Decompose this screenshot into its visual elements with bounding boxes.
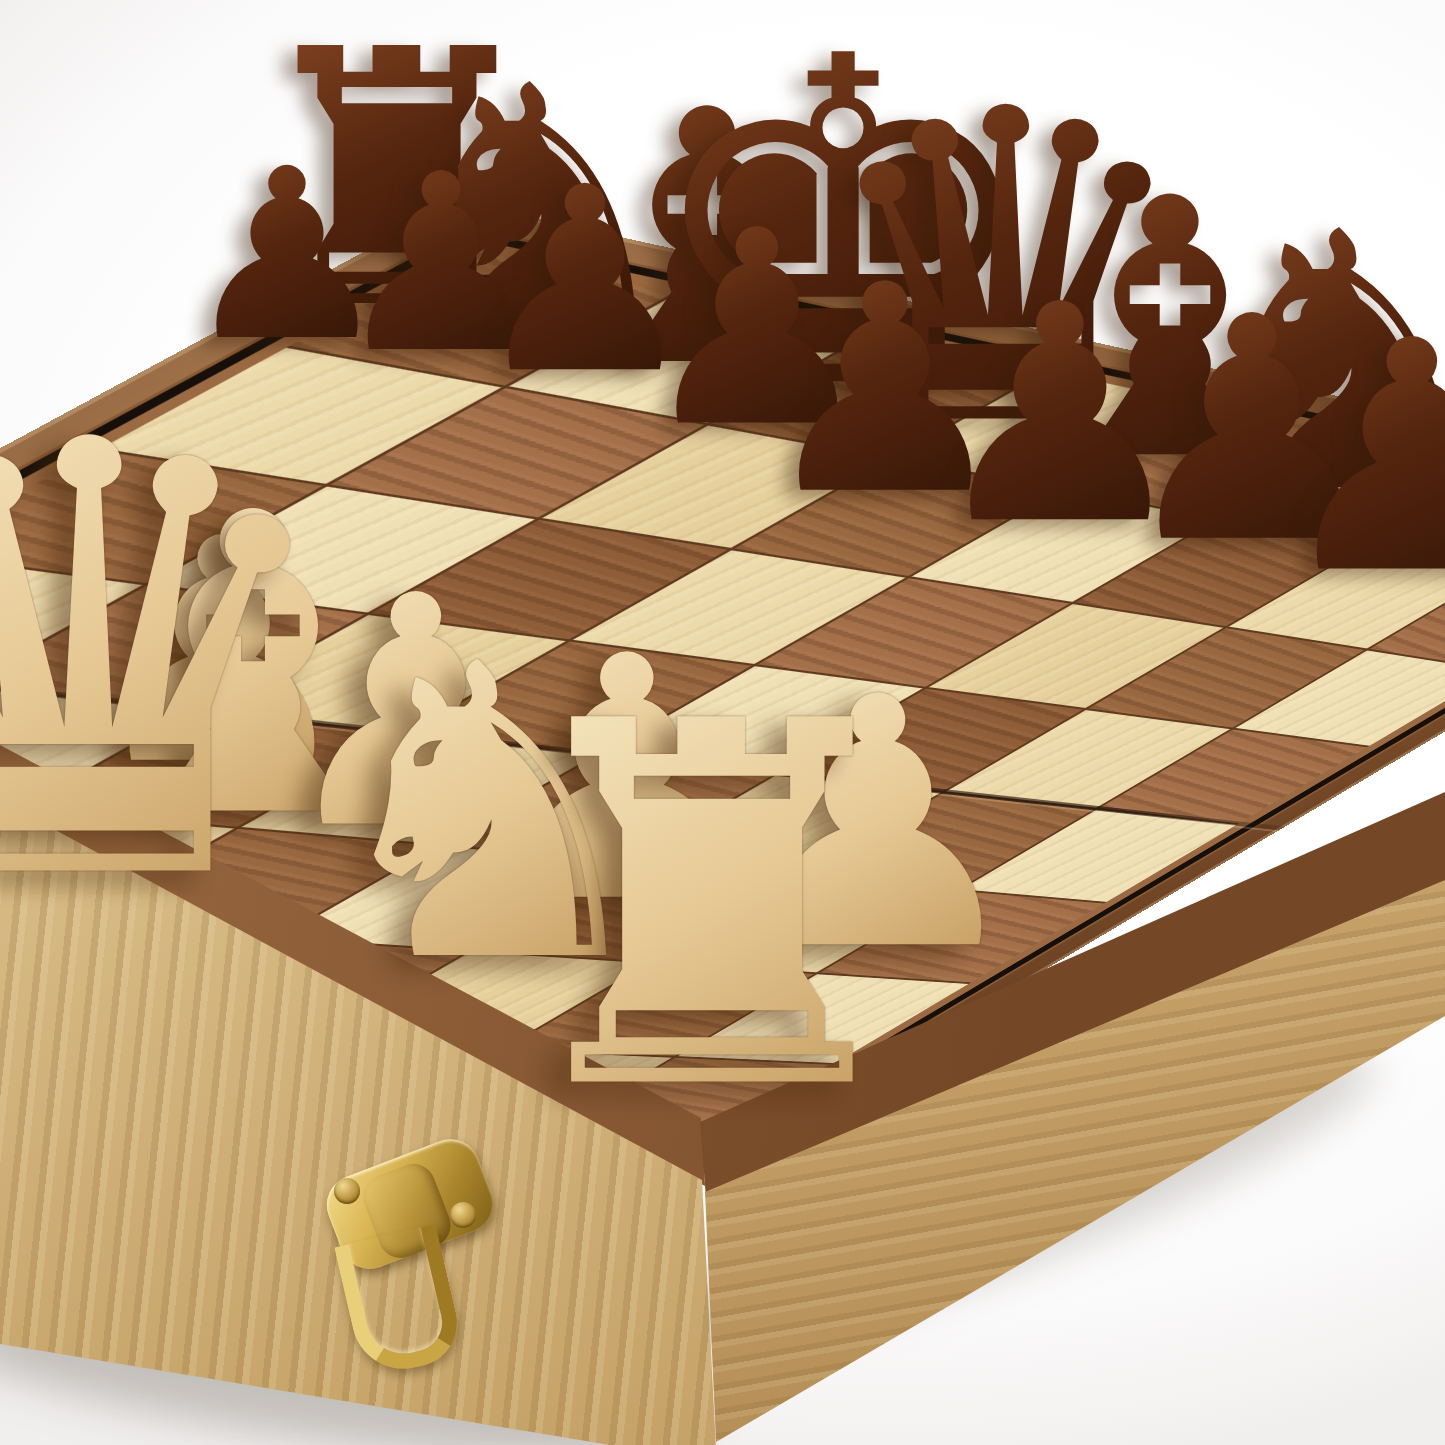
brass-latch[interactable]	[308, 1138, 518, 1388]
latch-loop	[334, 1224, 466, 1379]
latch-screw	[450, 1202, 476, 1228]
latch-screw	[334, 1178, 360, 1204]
piece-white-rook-a1[interactable]: ♜	[488, 658, 936, 1158]
piece-white-queen-d1[interactable]: ♛	[0, 365, 356, 962]
piece-black-pawn-a7[interactable]: ♟	[1269, 299, 1445, 617]
scene: Overhead-angle product photo of a wooden…	[0, 0, 1445, 1445]
